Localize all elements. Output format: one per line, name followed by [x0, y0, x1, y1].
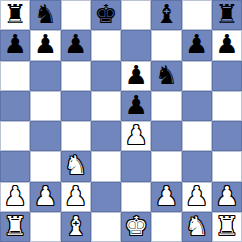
piece-black-pawn[interactable]: ♟: [124, 92, 147, 118]
piece-white-bishop[interactable]: ♝: [64, 213, 87, 239]
piece-white-pawn[interactable]: ♟: [155, 183, 178, 209]
square-g4[interactable]: [182, 121, 212, 151]
square-f4[interactable]: [151, 121, 181, 151]
piece-white-knight[interactable]: ♞: [185, 213, 208, 239]
piece-black-knight[interactable]: ♞: [34, 1, 57, 27]
square-d5[interactable]: [91, 91, 121, 121]
square-e1[interactable]: ♚: [121, 212, 151, 242]
piece-white-rook[interactable]: ♜: [215, 213, 238, 239]
piece-black-pawn[interactable]: ♟: [34, 31, 57, 57]
square-a2[interactable]: ♟: [0, 182, 30, 212]
square-h2[interactable]: ♟: [212, 182, 242, 212]
piece-white-knight[interactable]: ♞: [64, 152, 87, 178]
square-g7[interactable]: ♟: [182, 30, 212, 60]
square-d7[interactable]: [91, 30, 121, 60]
square-c6[interactable]: [61, 61, 91, 91]
square-h7[interactable]: ♟: [212, 30, 242, 60]
square-f7[interactable]: [151, 30, 181, 60]
square-b6[interactable]: [30, 61, 60, 91]
square-c1[interactable]: ♝: [61, 212, 91, 242]
piece-white-king[interactable]: ♚: [124, 213, 147, 239]
square-e6[interactable]: ♟: [121, 61, 151, 91]
piece-black-rook[interactable]: ♜: [3, 1, 26, 27]
square-d8[interactable]: ♚: [91, 0, 121, 30]
square-h1[interactable]: ♜: [212, 212, 242, 242]
piece-white-pawn[interactable]: ♟: [3, 183, 26, 209]
square-d1[interactable]: [91, 212, 121, 242]
piece-black-pawn[interactable]: ♟: [215, 31, 238, 57]
square-c8[interactable]: [61, 0, 91, 30]
square-a1[interactable]: ♜: [0, 212, 30, 242]
piece-white-pawn[interactable]: ♟: [124, 122, 147, 148]
piece-black-pawn[interactable]: ♟: [185, 31, 208, 57]
square-d6[interactable]: [91, 61, 121, 91]
square-c3[interactable]: ♞: [61, 151, 91, 181]
square-e3[interactable]: [121, 151, 151, 181]
piece-white-pawn[interactable]: ♟: [185, 183, 208, 209]
piece-black-bishop[interactable]: ♝: [155, 1, 178, 27]
square-e5[interactable]: ♟: [121, 91, 151, 121]
square-d4[interactable]: [91, 121, 121, 151]
piece-white-pawn[interactable]: ♟: [34, 183, 57, 209]
piece-black-pawn[interactable]: ♟: [64, 31, 87, 57]
square-d2[interactable]: [91, 182, 121, 212]
square-g6[interactable]: [182, 61, 212, 91]
square-e8[interactable]: [121, 0, 151, 30]
square-a3[interactable]: [0, 151, 30, 181]
square-g2[interactable]: ♟: [182, 182, 212, 212]
piece-white-pawn[interactable]: ♟: [64, 183, 87, 209]
square-g5[interactable]: [182, 91, 212, 121]
square-g1[interactable]: ♞: [182, 212, 212, 242]
piece-black-pawn[interactable]: ♟: [124, 62, 147, 88]
piece-black-pawn[interactable]: ♟: [3, 31, 26, 57]
square-c2[interactable]: ♟: [61, 182, 91, 212]
square-h4[interactable]: [212, 121, 242, 151]
square-f6[interactable]: ♞: [151, 61, 181, 91]
square-c7[interactable]: ♟: [61, 30, 91, 60]
square-a7[interactable]: ♟: [0, 30, 30, 60]
piece-black-knight[interactable]: ♞: [155, 62, 178, 88]
square-f3[interactable]: [151, 151, 181, 181]
square-a8[interactable]: ♜: [0, 0, 30, 30]
square-b4[interactable]: [30, 121, 60, 151]
square-c5[interactable]: [61, 91, 91, 121]
square-h6[interactable]: [212, 61, 242, 91]
square-b5[interactable]: [30, 91, 60, 121]
chess-board: ♜♞♚♝♜♟♟♟♟♟♟♞♟♟♞♟♟♟♟♟♟♜♝♚♞♜: [0, 0, 242, 242]
square-f2[interactable]: ♟: [151, 182, 181, 212]
square-b1[interactable]: [30, 212, 60, 242]
square-f8[interactable]: ♝: [151, 0, 181, 30]
piece-black-rook[interactable]: ♜: [215, 1, 238, 27]
square-c4[interactable]: [61, 121, 91, 151]
piece-white-rook[interactable]: ♜: [3, 213, 26, 239]
square-g8[interactable]: [182, 0, 212, 30]
square-e2[interactable]: [121, 182, 151, 212]
square-a4[interactable]: [0, 121, 30, 151]
square-e4[interactable]: ♟: [121, 121, 151, 151]
square-a6[interactable]: [0, 61, 30, 91]
square-f1[interactable]: [151, 212, 181, 242]
square-b2[interactable]: ♟: [30, 182, 60, 212]
square-b7[interactable]: ♟: [30, 30, 60, 60]
square-d3[interactable]: [91, 151, 121, 181]
square-e7[interactable]: [121, 30, 151, 60]
square-h3[interactable]: [212, 151, 242, 181]
square-f5[interactable]: [151, 91, 181, 121]
square-g3[interactable]: [182, 151, 212, 181]
square-h8[interactable]: ♜: [212, 0, 242, 30]
square-b8[interactable]: ♞: [30, 0, 60, 30]
piece-white-pawn[interactable]: ♟: [215, 183, 238, 209]
square-h5[interactable]: [212, 91, 242, 121]
square-b3[interactable]: [30, 151, 60, 181]
square-a5[interactable]: [0, 91, 30, 121]
piece-black-king[interactable]: ♚: [94, 1, 117, 27]
